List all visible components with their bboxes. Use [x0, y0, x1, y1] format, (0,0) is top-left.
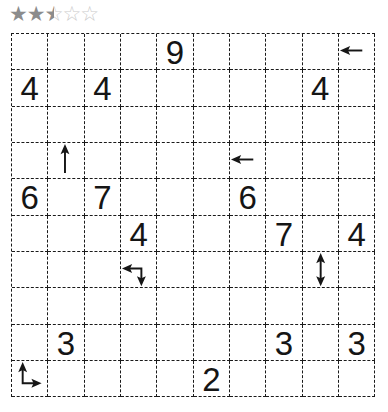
cell-r10c7[interactable] [230, 361, 266, 397]
cell-r2c5[interactable] [157, 70, 193, 106]
cell-r5c4[interactable] [121, 179, 157, 215]
cell-r10c4[interactable] [121, 361, 157, 397]
cell-r1c8[interactable] [266, 34, 302, 70]
number-clue: 2 [202, 363, 220, 396]
cell-r8c1[interactable] [12, 288, 48, 324]
cell-r10c9[interactable] [303, 361, 339, 397]
star-icon-full: ★ [27, 2, 45, 25]
cell-r5c6[interactable] [194, 179, 230, 215]
cell-r3c9[interactable] [303, 107, 339, 143]
left-down-bent-arrow-icon [121, 252, 156, 287]
cell-r7c10[interactable] [339, 252, 375, 288]
cell-r1c1[interactable] [12, 34, 48, 70]
cell-r1c3[interactable] [85, 34, 121, 70]
number-clue: 3 [275, 327, 293, 360]
cell-r4c8[interactable] [266, 143, 302, 179]
cell-r10c5[interactable] [157, 361, 193, 397]
cell-r6c10: 4 [339, 216, 375, 252]
cell-r2c8[interactable] [266, 70, 302, 106]
star-icon-empty: ☆ [80, 2, 98, 25]
left-arrow-icon [339, 34, 374, 69]
cell-r5c3: 7 [85, 179, 121, 215]
cell-r7c5[interactable] [157, 252, 193, 288]
cell-r4c3[interactable] [85, 143, 121, 179]
up-right-bent-arrow-icon [12, 361, 47, 396]
cell-r10c1 [12, 361, 48, 397]
cell-r2c4[interactable] [121, 70, 157, 106]
cell-r8c7[interactable] [230, 288, 266, 324]
number-clue: 3 [347, 327, 365, 360]
cell-r3c4[interactable] [121, 107, 157, 143]
cell-r9c9[interactable] [303, 325, 339, 361]
cell-r2c9: 4 [303, 70, 339, 106]
cell-r8c10[interactable] [339, 288, 375, 324]
cell-r4c9[interactable] [303, 143, 339, 179]
cell-r7c8[interactable] [266, 252, 302, 288]
cell-r10c6: 2 [194, 361, 230, 397]
cell-r9c1[interactable] [12, 325, 48, 361]
star-icon-half-fill: ★ [45, 3, 55, 24]
cell-r6c4: 4 [121, 216, 157, 252]
cell-r10c10[interactable] [339, 361, 375, 397]
cell-r5c8[interactable] [266, 179, 302, 215]
cell-r6c6[interactable] [194, 216, 230, 252]
cell-r6c9[interactable] [303, 216, 339, 252]
cell-r8c6[interactable] [194, 288, 230, 324]
number-clue: 6 [20, 181, 38, 214]
cell-r1c7[interactable] [230, 34, 266, 70]
cell-r5c2[interactable] [48, 179, 84, 215]
cell-r6c1[interactable] [12, 216, 48, 252]
star-icon-full: ★ [9, 2, 27, 25]
cell-r9c6[interactable] [194, 325, 230, 361]
cell-r2c1: 4 [12, 70, 48, 106]
cell-r9c7[interactable] [230, 325, 266, 361]
cell-r5c5[interactable] [157, 179, 193, 215]
left-arrow-icon [230, 143, 265, 178]
number-clue: 7 [275, 218, 293, 251]
cell-r9c8: 3 [266, 325, 302, 361]
cell-r3c7[interactable] [230, 107, 266, 143]
cell-r9c4[interactable] [121, 325, 157, 361]
cell-r4c1[interactable] [12, 143, 48, 179]
cell-r1c10 [339, 34, 375, 70]
cell-r5c7: 6 [230, 179, 266, 215]
number-clue: 4 [129, 218, 147, 251]
cell-r8c4[interactable] [121, 288, 157, 324]
up-arrow-icon [48, 143, 83, 178]
cell-r7c9 [303, 252, 339, 288]
cell-r7c4 [121, 252, 157, 288]
cell-r1c2[interactable] [48, 34, 84, 70]
number-clue: 4 [93, 72, 111, 105]
cell-r2c3: 4 [85, 70, 121, 106]
cell-r6c8: 7 [266, 216, 302, 252]
number-clue: 3 [57, 327, 75, 360]
cell-r7c7[interactable] [230, 252, 266, 288]
cell-r6c3[interactable] [85, 216, 121, 252]
number-clue: 7 [93, 181, 111, 214]
cell-r6c2[interactable] [48, 216, 84, 252]
number-clue: 4 [311, 72, 329, 105]
cell-r2c10[interactable] [339, 70, 375, 106]
cell-r3c1[interactable] [12, 107, 48, 143]
cell-r8c5[interactable] [157, 288, 193, 324]
cell-r1c5: 9 [157, 34, 193, 70]
cell-r1c9[interactable] [303, 34, 339, 70]
star-icon-half: ☆★ [45, 3, 63, 24]
cell-r7c6[interactable] [194, 252, 230, 288]
cell-r2c7[interactable] [230, 70, 266, 106]
cell-r3c6[interactable] [194, 107, 230, 143]
up-down-double-arrow-icon [303, 252, 338, 287]
cell-r10c8[interactable] [266, 361, 302, 397]
cell-r1c4[interactable] [121, 34, 157, 70]
cell-r6c5[interactable] [157, 216, 193, 252]
cell-r9c10: 3 [339, 325, 375, 361]
cell-r8c2[interactable] [48, 288, 84, 324]
cell-r2c2[interactable] [48, 70, 84, 106]
cell-r5c9[interactable] [303, 179, 339, 215]
cell-r7c1[interactable] [12, 252, 48, 288]
cell-r4c5[interactable] [157, 143, 193, 179]
cell-r3c10[interactable] [339, 107, 375, 143]
cell-r8c9[interactable] [303, 288, 339, 324]
cell-r4c10[interactable] [339, 143, 375, 179]
cell-r7c2[interactable] [48, 252, 84, 288]
cell-r8c3[interactable] [85, 288, 121, 324]
cell-r3c5[interactable] [157, 107, 193, 143]
cell-r10c3[interactable] [85, 361, 121, 397]
cell-r9c3[interactable] [85, 325, 121, 361]
puzzle-grid: 9 444 676474 333 2 [11, 33, 375, 397]
star-icon-empty: ☆ [62, 2, 80, 25]
cell-r3c2[interactable] [48, 107, 84, 143]
cell-r8c8[interactable] [266, 288, 302, 324]
number-clue: 9 [166, 36, 184, 69]
cell-r10c2[interactable] [48, 361, 84, 397]
cell-r3c3[interactable] [85, 107, 121, 143]
cell-r7c3[interactable] [85, 252, 121, 288]
cell-r4c6[interactable] [194, 143, 230, 179]
cell-r5c10[interactable] [339, 179, 375, 215]
number-clue: 4 [20, 72, 38, 105]
cell-r3c8[interactable] [266, 107, 302, 143]
number-clue: 6 [238, 181, 256, 214]
cell-r4c2 [48, 143, 84, 179]
cell-r9c2: 3 [48, 325, 84, 361]
cell-r1c6[interactable] [194, 34, 230, 70]
difficulty-stars: ★★☆★☆☆ [9, 3, 98, 24]
cell-r4c7 [230, 143, 266, 179]
cell-r6c7[interactable] [230, 216, 266, 252]
number-clue: 4 [347, 218, 365, 251]
cell-r5c1: 6 [12, 179, 48, 215]
cell-r4c4[interactable] [121, 143, 157, 179]
cell-r2c6[interactable] [194, 70, 230, 106]
cell-r9c5[interactable] [157, 325, 193, 361]
